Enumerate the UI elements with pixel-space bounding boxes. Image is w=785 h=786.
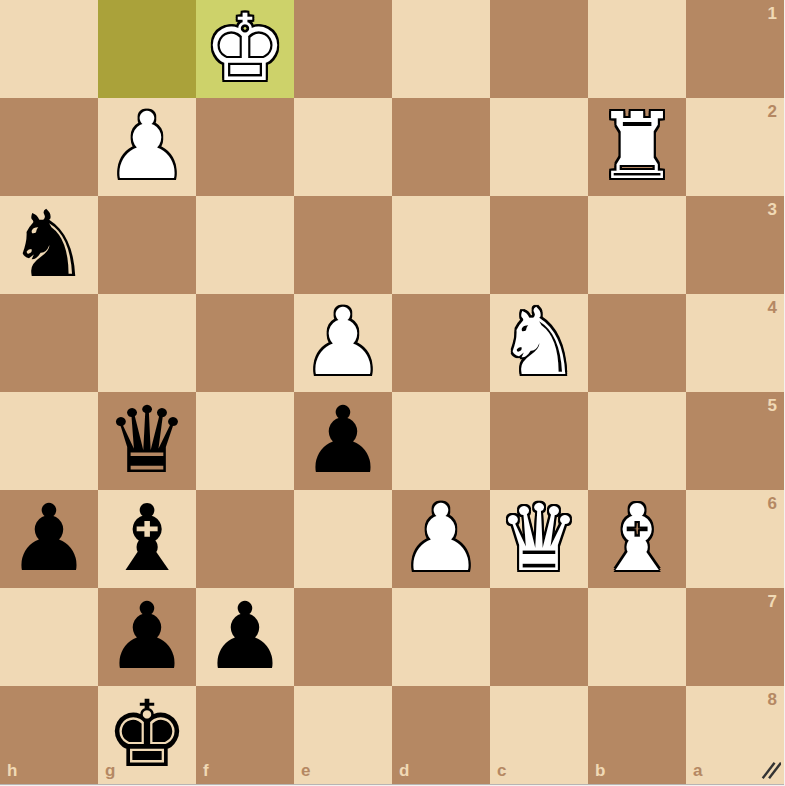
square-a7[interactable]: 7 [686, 588, 784, 686]
white-pawn[interactable]: ♟ [98, 98, 196, 196]
square-d3[interactable] [392, 196, 490, 294]
rank-label-4: 4 [768, 299, 777, 316]
file-label-d: d [399, 762, 409, 779]
file-label-h: h [7, 762, 17, 779]
white-pawn[interactable]: ♟ [294, 294, 392, 392]
square-b3[interactable] [588, 196, 686, 294]
square-c6[interactable]: ♛ [490, 490, 588, 588]
square-h8[interactable]: h [0, 686, 98, 784]
rank-label-3: 3 [768, 201, 777, 218]
black-king[interactable]: ♚ [98, 686, 196, 784]
white-pawn[interactable]: ♟ [392, 490, 490, 588]
black-pawn[interactable]: ♟ [0, 490, 98, 588]
square-f1[interactable]: ♚ [196, 0, 294, 98]
square-b4[interactable] [588, 294, 686, 392]
square-g4[interactable] [98, 294, 196, 392]
square-h6[interactable]: ♟ [0, 490, 98, 588]
white-knight[interactable]: ♞ [490, 294, 588, 392]
file-label-e: e [301, 762, 310, 779]
white-queen[interactable]: ♛ [490, 490, 588, 588]
square-f5[interactable] [196, 392, 294, 490]
square-d7[interactable] [392, 588, 490, 686]
rank-label-2: 2 [768, 103, 777, 120]
rank-label-1: 1 [768, 5, 777, 22]
file-label-b: b [595, 762, 605, 779]
square-f2[interactable] [196, 98, 294, 196]
square-f3[interactable] [196, 196, 294, 294]
square-f6[interactable] [196, 490, 294, 588]
square-a2[interactable]: 2 [686, 98, 784, 196]
black-queen[interactable]: ♛ [98, 392, 196, 490]
file-label-a: a [693, 762, 702, 779]
square-g2[interactable]: ♟ [98, 98, 196, 196]
square-d1[interactable] [392, 0, 490, 98]
square-b7[interactable] [588, 588, 686, 686]
square-a4[interactable]: 4 [686, 294, 784, 392]
square-b8[interactable]: b [588, 686, 686, 784]
square-e8[interactable]: e [294, 686, 392, 784]
square-g5[interactable]: ♛ [98, 392, 196, 490]
square-e2[interactable] [294, 98, 392, 196]
black-bishop[interactable]: ♝ [98, 490, 196, 588]
square-c1[interactable] [490, 0, 588, 98]
square-h3[interactable]: ♞ [0, 196, 98, 294]
square-a3[interactable]: 3 [686, 196, 784, 294]
square-b1[interactable] [588, 0, 686, 98]
square-g6[interactable]: ♝ [98, 490, 196, 588]
board-resize-handle-icon[interactable] [759, 759, 781, 781]
rank-label-5: 5 [768, 397, 777, 414]
square-h5[interactable] [0, 392, 98, 490]
square-h1[interactable] [0, 0, 98, 98]
rank-label-6: 6 [768, 495, 777, 512]
square-d8[interactable]: d [392, 686, 490, 784]
square-g3[interactable] [98, 196, 196, 294]
square-e1[interactable] [294, 0, 392, 98]
square-e7[interactable] [294, 588, 392, 686]
square-d4[interactable] [392, 294, 490, 392]
square-f8[interactable]: f [196, 686, 294, 784]
square-b5[interactable] [588, 392, 686, 490]
square-c4[interactable]: ♞ [490, 294, 588, 392]
square-e3[interactable] [294, 196, 392, 294]
square-a5[interactable]: 5 [686, 392, 784, 490]
square-c8[interactable]: c [490, 686, 588, 784]
square-d2[interactable] [392, 98, 490, 196]
white-bishop[interactable]: ♝ [588, 490, 686, 588]
white-king[interactable]: ♚ [196, 0, 294, 98]
square-f4[interactable] [196, 294, 294, 392]
square-a1[interactable]: 1 [686, 0, 784, 98]
square-c7[interactable] [490, 588, 588, 686]
square-c2[interactable] [490, 98, 588, 196]
square-e6[interactable] [294, 490, 392, 588]
square-a6[interactable]: 6 [686, 490, 784, 588]
file-label-c: c [497, 762, 506, 779]
square-c3[interactable] [490, 196, 588, 294]
file-label-f: f [203, 762, 209, 779]
square-h7[interactable] [0, 588, 98, 686]
square-f7[interactable]: ♟ [196, 588, 294, 686]
chess-board[interactable]: ♚1♟♜2♞3♟♞4♛♟5♟♝♟♛♝6♟♟7h♚gfedcb8a [0, 0, 784, 784]
rank-label-7: 7 [768, 593, 777, 610]
rank-label-8: 8 [768, 691, 777, 708]
square-b2[interactable]: ♜ [588, 98, 686, 196]
white-rook[interactable]: ♜ [588, 98, 686, 196]
black-pawn[interactable]: ♟ [98, 588, 196, 686]
square-h2[interactable] [0, 98, 98, 196]
black-pawn[interactable]: ♟ [196, 588, 294, 686]
black-pawn[interactable]: ♟ [294, 392, 392, 490]
black-knight[interactable]: ♞ [0, 196, 98, 294]
square-h4[interactable] [0, 294, 98, 392]
square-d6[interactable]: ♟ [392, 490, 490, 588]
square-e4[interactable]: ♟ [294, 294, 392, 392]
square-g1[interactable] [98, 0, 196, 98]
square-g8[interactable]: ♚g [98, 686, 196, 784]
square-g7[interactable]: ♟ [98, 588, 196, 686]
square-c5[interactable] [490, 392, 588, 490]
square-b6[interactable]: ♝ [588, 490, 686, 588]
square-e5[interactable]: ♟ [294, 392, 392, 490]
page: ♚1♟♜2♞3♟♞4♛♟5♟♝♟♛♝6♟♟7h♚gfedcb8a [0, 0, 785, 786]
square-d5[interactable] [392, 392, 490, 490]
